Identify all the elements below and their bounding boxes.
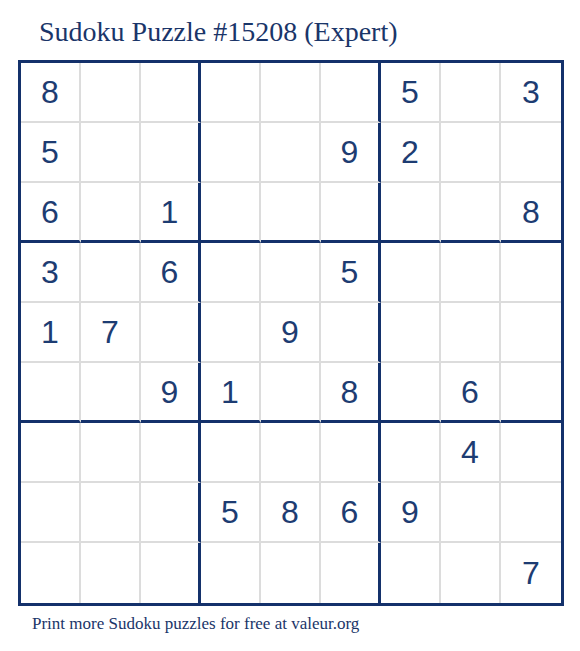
cell-r6c7	[381, 363, 441, 423]
cell-r9c1	[21, 543, 81, 603]
cell-r4c4	[201, 243, 261, 303]
cell-r8c7: 9	[381, 483, 441, 543]
cell-r8c6: 6	[321, 483, 381, 543]
footer-text: Print more Sudoku puzzles for free at va…	[32, 614, 359, 634]
cell-r5c1: 1	[21, 303, 81, 363]
cell-r3c7	[381, 183, 441, 243]
cell-r7c2	[81, 423, 141, 483]
cell-r5c7	[381, 303, 441, 363]
cell-r5c4	[201, 303, 261, 363]
cell-r2c8	[441, 123, 501, 183]
cell-r5c2: 7	[81, 303, 141, 363]
page-title: Sudoku Puzzle #15208 (Expert)	[39, 16, 398, 48]
cell-r9c8	[441, 543, 501, 603]
cell-r1c8	[441, 63, 501, 123]
cell-r9c6	[321, 543, 381, 603]
cell-r3c2	[81, 183, 141, 243]
cell-r8c4: 5	[201, 483, 261, 543]
cell-r6c8: 6	[441, 363, 501, 423]
cell-r3c5	[261, 183, 321, 243]
cell-r7c7	[381, 423, 441, 483]
cell-r7c4	[201, 423, 261, 483]
cell-r1c1: 8	[21, 63, 81, 123]
cell-r6c6: 8	[321, 363, 381, 423]
cell-r2c4	[201, 123, 261, 183]
cell-r9c5	[261, 543, 321, 603]
cell-r7c1	[21, 423, 81, 483]
cell-r8c5: 8	[261, 483, 321, 543]
cell-r5c5: 9	[261, 303, 321, 363]
cell-r4c3: 6	[141, 243, 201, 303]
cell-r6c3: 9	[141, 363, 201, 423]
cell-r7c3	[141, 423, 201, 483]
cell-r4c9	[501, 243, 561, 303]
cell-r9c4	[201, 543, 261, 603]
cell-r6c9	[501, 363, 561, 423]
cell-r6c1	[21, 363, 81, 423]
cell-r2c2	[81, 123, 141, 183]
cell-r3c6	[321, 183, 381, 243]
cell-r1c7: 5	[381, 63, 441, 123]
cell-r4c2	[81, 243, 141, 303]
cell-r8c1	[21, 483, 81, 543]
cell-r9c9: 7	[501, 543, 561, 603]
cell-r8c9	[501, 483, 561, 543]
cell-r7c6	[321, 423, 381, 483]
cell-r1c9: 3	[501, 63, 561, 123]
sudoku-board: 8535926183651799186458697	[18, 60, 564, 606]
cell-r2c5	[261, 123, 321, 183]
cell-r9c3	[141, 543, 201, 603]
cell-r3c4	[201, 183, 261, 243]
cell-r1c5	[261, 63, 321, 123]
cell-r3c9: 8	[501, 183, 561, 243]
cell-r2c3	[141, 123, 201, 183]
cell-r5c6	[321, 303, 381, 363]
cell-r3c8	[441, 183, 501, 243]
cell-r4c1: 3	[21, 243, 81, 303]
cell-r4c8	[441, 243, 501, 303]
cell-r7c8: 4	[441, 423, 501, 483]
cell-r4c7	[381, 243, 441, 303]
cell-r7c9	[501, 423, 561, 483]
cell-r1c2	[81, 63, 141, 123]
cell-r3c3: 1	[141, 183, 201, 243]
cell-r5c9	[501, 303, 561, 363]
cell-r7c5	[261, 423, 321, 483]
cell-r4c6: 5	[321, 243, 381, 303]
cell-r3c1: 6	[21, 183, 81, 243]
cell-r6c2	[81, 363, 141, 423]
cell-r9c2	[81, 543, 141, 603]
cell-r8c2	[81, 483, 141, 543]
cell-r2c7: 2	[381, 123, 441, 183]
cell-r9c7	[381, 543, 441, 603]
cell-r8c3	[141, 483, 201, 543]
cell-r5c3	[141, 303, 201, 363]
cell-r2c9	[501, 123, 561, 183]
cell-r6c5	[261, 363, 321, 423]
cell-r2c1: 5	[21, 123, 81, 183]
cell-r1c3	[141, 63, 201, 123]
cell-r6c4: 1	[201, 363, 261, 423]
cell-r5c8	[441, 303, 501, 363]
cell-r4c5	[261, 243, 321, 303]
cell-r2c6: 9	[321, 123, 381, 183]
cell-r8c8	[441, 483, 501, 543]
cell-r1c4	[201, 63, 261, 123]
cell-r1c6	[321, 63, 381, 123]
sudoku-page: Sudoku Puzzle #15208 (Expert) 8535926183…	[0, 0, 580, 651]
